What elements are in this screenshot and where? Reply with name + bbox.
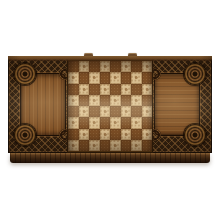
square-f2 [121,129,132,140]
square-f1 [121,140,132,151]
case-top-face [8,56,212,153]
square-h1 [142,140,153,151]
square-f4 [121,106,132,117]
square-d7 [100,72,111,83]
hinge-icon [128,53,137,57]
square-b1 [79,140,90,151]
square-b6 [79,84,90,95]
square-h2 [142,129,153,140]
square-b8 [79,61,90,72]
square-g6 [131,84,142,95]
square-c4 [89,106,100,117]
square-h7 [142,72,153,83]
square-h8 [142,61,153,72]
square-f6 [121,84,132,95]
square-d3 [100,117,111,128]
corner-medallion-icon [184,63,206,85]
square-e4 [110,106,121,117]
square-c3 [89,117,100,128]
square-a5 [68,95,79,106]
square-c6 [89,84,100,95]
square-e6 [110,84,121,95]
square-h6 [142,84,153,95]
square-a1 [68,140,79,151]
square-d2 [100,129,111,140]
chessboard [68,61,152,151]
square-b7 [79,72,90,83]
hinge-icon [84,53,93,57]
square-a8 [68,61,79,72]
case-front-edge [10,153,210,163]
square-g8 [131,61,142,72]
square-b3 [79,117,90,128]
square-e7 [110,72,121,83]
square-e1 [110,140,121,151]
square-c2 [89,129,100,140]
square-g4 [131,106,142,117]
square-d6 [100,84,111,95]
square-d5 [100,95,111,106]
square-e3 [110,117,121,128]
square-h3 [142,117,153,128]
product-photo [0,0,220,220]
corner-medallion-icon [14,63,36,85]
square-b5 [79,95,90,106]
square-f7 [121,72,132,83]
square-d1 [100,140,111,151]
square-c5 [89,95,100,106]
square-h5 [142,95,153,106]
square-e2 [110,129,121,140]
square-a7 [68,72,79,83]
square-b4 [79,106,90,117]
square-f8 [121,61,132,72]
backgammon-case [8,56,212,166]
square-f5 [121,95,132,106]
square-h4 [142,106,153,117]
square-d8 [100,61,111,72]
square-g5 [131,95,142,106]
square-b2 [79,129,90,140]
square-e8 [110,61,121,72]
corner-medallion-icon [184,124,206,146]
square-g3 [131,117,142,128]
square-a3 [68,117,79,128]
square-c8 [89,61,100,72]
square-a2 [68,129,79,140]
square-g1 [131,140,142,151]
square-g2 [131,129,142,140]
square-e5 [110,95,121,106]
square-d4 [100,106,111,117]
square-f3 [121,117,132,128]
square-a4 [68,106,79,117]
square-c1 [89,140,100,151]
square-g7 [131,72,142,83]
square-c7 [89,72,100,83]
corner-medallion-icon [14,124,36,146]
chessboard-strip [67,56,153,153]
square-a6 [68,84,79,95]
